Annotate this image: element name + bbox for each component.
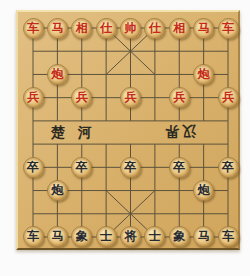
piece-red-general[interactable]: 帅 xyxy=(120,18,141,39)
piece-red-soldier[interactable]: 兵 xyxy=(218,87,239,108)
piece-red-soldier[interactable]: 兵 xyxy=(120,87,141,108)
piece-red-elephant[interactable]: 相 xyxy=(71,18,92,39)
piece-red-soldier[interactable]: 兵 xyxy=(169,87,190,108)
piece-red-cannon[interactable]: 炮 xyxy=(193,64,214,85)
piece-black-soldier[interactable]: 卒 xyxy=(169,157,190,178)
piece-red-advisor[interactable]: 仕 xyxy=(144,18,165,39)
piece-black-soldier[interactable]: 卒 xyxy=(23,157,44,178)
piece-black-advisor[interactable]: 士 xyxy=(96,226,117,247)
river-label-han-jie: 汉界 xyxy=(162,121,196,143)
piece-black-soldier[interactable]: 卒 xyxy=(218,157,239,178)
piece-red-horse[interactable]: 马 xyxy=(47,18,68,39)
piece-red-soldier[interactable]: 兵 xyxy=(23,87,44,108)
piece-red-horse[interactable]: 马 xyxy=(193,18,214,39)
piece-red-cannon[interactable]: 炮 xyxy=(47,64,68,85)
river-label-chu-he: 楚河 xyxy=(51,121,105,143)
piece-red-elephant[interactable]: 相 xyxy=(169,18,190,39)
screenshot-root: 楚河 汉界 车马相仕帅仕相马车炮炮兵兵兵兵兵卒卒卒卒卒炮炮车马象士将士象马车 xyxy=(0,0,250,276)
piece-black-chariot[interactable]: 车 xyxy=(218,226,239,247)
piece-black-soldier[interactable]: 卒 xyxy=(71,157,92,178)
xiangqi-board[interactable]: 楚河 汉界 车马相仕帅仕相马车炮炮兵兵兵兵兵卒卒卒卒卒炮炮车马象士将士象马车 xyxy=(16,10,240,250)
piece-black-cannon[interactable]: 炮 xyxy=(47,180,68,201)
piece-black-soldier[interactable]: 卒 xyxy=(120,157,141,178)
piece-red-chariot[interactable]: 车 xyxy=(218,18,239,39)
piece-black-chariot[interactable]: 车 xyxy=(23,226,44,247)
piece-red-chariot[interactable]: 车 xyxy=(23,18,44,39)
piece-red-advisor[interactable]: 仕 xyxy=(96,18,117,39)
